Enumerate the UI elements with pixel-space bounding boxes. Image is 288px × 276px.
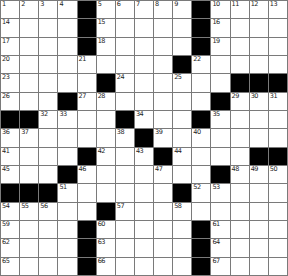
white-cell-r4c10[interactable]: [192, 74, 210, 91]
white-cell-r11c3[interactable]: [58, 203, 76, 220]
white-cell-r9c13[interactable]: 49: [250, 166, 268, 183]
black-cell-r10c1: [20, 184, 38, 201]
white-cell-r7c13[interactable]: [250, 129, 268, 146]
white-cell-r8c7[interactable]: 43: [135, 148, 153, 165]
clue-number-40: 40: [193, 129, 200, 136]
white-cell-r9c7[interactable]: [135, 166, 153, 183]
white-cell-r5c10[interactable]: [192, 93, 210, 110]
white-cell-r13c11[interactable]: 64: [211, 239, 229, 256]
white-cell-r2c2[interactable]: [39, 38, 57, 55]
white-cell-r4c4[interactable]: [78, 74, 96, 91]
clue-number-32: 32: [40, 111, 47, 118]
black-cell-r6c0: [1, 111, 19, 128]
clue-number-49: 49: [251, 166, 258, 173]
white-cell-r2c5[interactable]: 18: [97, 38, 115, 55]
white-cell-r11c0[interactable]: 54: [1, 203, 19, 220]
white-cell-r0c6[interactable]: 6: [116, 1, 134, 18]
white-cell-r11c14[interactable]: [269, 203, 287, 220]
white-cell-r8c11[interactable]: [211, 148, 229, 165]
white-cell-r0c3[interactable]: 4: [58, 1, 76, 18]
black-cell-r5c11: [211, 93, 229, 110]
white-cell-r1c3[interactable]: [58, 19, 76, 36]
black-cell-r10c9: [173, 184, 191, 201]
white-cell-r11c13[interactable]: [250, 203, 268, 220]
white-cell-r5c12[interactable]: 29: [231, 93, 249, 110]
clue-number-59: 59: [2, 221, 9, 228]
white-cell-r13c1[interactable]: [20, 239, 38, 256]
clue-number-39: 39: [155, 129, 162, 136]
white-cell-r3c0[interactable]: 20: [1, 56, 19, 73]
clue-number-65: 65: [2, 258, 9, 265]
white-cell-r7c3[interactable]: [58, 129, 76, 146]
white-cell-r2c13[interactable]: [250, 38, 268, 55]
white-cell-r5c13[interactable]: 30: [250, 93, 268, 110]
white-cell-r4c11[interactable]: [211, 74, 229, 91]
clue-number-33: 33: [59, 111, 66, 118]
white-cell-r3c3[interactable]: [58, 56, 76, 73]
white-cell-r3c6[interactable]: [116, 56, 134, 73]
white-cell-r0c9[interactable]: 9: [173, 1, 191, 18]
clue-number-21: 21: [79, 56, 86, 63]
white-cell-r5c1[interactable]: [20, 93, 38, 110]
black-cell-r12c10: [192, 221, 210, 238]
clue-number-2: 2: [21, 1, 25, 8]
clue-number-12: 12: [251, 1, 258, 8]
black-cell-r13c4: [78, 239, 96, 256]
black-cell-r12c4: [78, 221, 96, 238]
white-cell-r12c14[interactable]: [269, 221, 287, 238]
white-cell-r5c4[interactable]: 27: [78, 93, 96, 110]
black-cell-r0c10: [192, 1, 210, 18]
white-cell-r14c9[interactable]: [173, 258, 191, 275]
black-cell-r4c5: [97, 74, 115, 91]
clue-number-55: 55: [21, 203, 28, 210]
black-cell-r2c10: [192, 38, 210, 55]
white-cell-r5c6[interactable]: [116, 93, 134, 110]
black-cell-r6c6: [116, 111, 134, 128]
white-cell-r0c0[interactable]: 1: [1, 1, 19, 18]
white-cell-r7c6[interactable]: 38: [116, 129, 134, 146]
black-cell-r7c7: [135, 129, 153, 146]
white-cell-r1c0[interactable]: 14: [1, 19, 19, 36]
crossword-grid: 1234567891011121314151617181920212223242…: [0, 0, 288, 276]
white-cell-r4c3[interactable]: [58, 74, 76, 91]
clue-number-60: 60: [98, 221, 105, 228]
clue-number-30: 30: [251, 93, 258, 100]
white-cell-r0c5[interactable]: 5: [97, 1, 115, 18]
clue-number-34: 34: [136, 111, 143, 118]
white-cell-r12c2[interactable]: [39, 221, 57, 238]
white-cell-r0c12[interactable]: 11: [231, 1, 249, 18]
clue-number-36: 36: [2, 129, 9, 136]
white-cell-r11c6[interactable]: 57: [116, 203, 134, 220]
white-cell-r14c11[interactable]: 67: [211, 258, 229, 275]
white-cell-r10c8[interactable]: [154, 184, 172, 201]
black-cell-r6c1: [20, 111, 38, 128]
black-cell-r5c3: [58, 93, 76, 110]
clue-number-4: 4: [59, 1, 63, 8]
black-cell-r8c4: [78, 148, 96, 165]
white-cell-r12c1[interactable]: [20, 221, 38, 238]
white-cell-r7c1[interactable]: 37: [20, 129, 38, 146]
white-cell-r2c9[interactable]: [173, 38, 191, 55]
clue-number-53: 53: [212, 184, 219, 191]
white-cell-r13c14[interactable]: [269, 239, 287, 256]
white-cell-r11c2[interactable]: 56: [39, 203, 57, 220]
white-cell-r12c3[interactable]: [58, 221, 76, 238]
clue-number-6: 6: [117, 1, 121, 8]
black-cell-r3c9: [173, 56, 191, 73]
white-cell-r0c13[interactable]: 12: [250, 1, 268, 18]
white-cell-r6c9[interactable]: [173, 111, 191, 128]
white-cell-r6c3[interactable]: 33: [58, 111, 76, 128]
white-cell-r12c12[interactable]: [231, 221, 249, 238]
white-cell-r12c5[interactable]: 60: [97, 221, 115, 238]
white-cell-r13c7[interactable]: [135, 239, 153, 256]
clue-number-67: 67: [212, 258, 219, 265]
white-cell-r0c11[interactable]: 10: [211, 1, 229, 18]
white-cell-r1c6[interactable]: [116, 19, 134, 36]
white-cell-r5c9[interactable]: [173, 93, 191, 110]
white-cell-r14c12[interactable]: [231, 258, 249, 275]
white-cell-r14c8[interactable]: [154, 258, 172, 275]
white-cell-r6c2[interactable]: 32: [39, 111, 57, 128]
clue-number-46: 46: [79, 166, 86, 173]
clue-number-28: 28: [98, 93, 105, 100]
clue-number-37: 37: [21, 129, 28, 136]
white-cell-r7c0[interactable]: 36: [1, 129, 19, 146]
clue-number-29: 29: [232, 93, 239, 100]
white-cell-r10c3[interactable]: 51: [58, 184, 76, 201]
white-cell-r1c13[interactable]: [250, 19, 268, 36]
white-cell-r3c10[interactable]: 22: [192, 56, 210, 73]
white-cell-r14c0[interactable]: 65: [1, 258, 19, 275]
white-cell-r0c14[interactable]: 13: [269, 1, 287, 18]
clue-number-22: 22: [193, 56, 200, 63]
white-cell-r7c5[interactable]: [97, 129, 115, 146]
white-cell-r6c13[interactable]: [250, 111, 268, 128]
white-cell-r3c4[interactable]: 21: [78, 56, 96, 73]
black-cell-r14c10: [192, 258, 210, 275]
white-cell-r12c0[interactable]: 59: [1, 221, 19, 238]
white-cell-r3c14[interactable]: [269, 56, 287, 73]
black-cell-r11c5: [97, 203, 115, 220]
white-cell-r8c10[interactable]: [192, 148, 210, 165]
white-cell-r4c0[interactable]: 23: [1, 74, 19, 91]
clue-number-57: 57: [117, 203, 124, 210]
white-cell-r4c2[interactable]: [39, 74, 57, 91]
white-cell-r11c12[interactable]: [231, 203, 249, 220]
black-cell-r8c13: [250, 148, 268, 165]
white-cell-r11c10[interactable]: [192, 203, 210, 220]
black-cell-r8c8: [154, 148, 172, 165]
white-cell-r9c5[interactable]: [97, 166, 115, 183]
clue-number-13: 13: [270, 1, 277, 8]
white-cell-r2c7[interactable]: [135, 38, 153, 55]
clue-number-8: 8: [155, 1, 159, 8]
white-cell-r10c7[interactable]: [135, 184, 153, 201]
white-cell-r3c11[interactable]: [211, 56, 229, 73]
white-cell-r9c10[interactable]: [192, 166, 210, 183]
black-cell-r0c4: [78, 1, 96, 18]
white-cell-r3c8[interactable]: [154, 56, 172, 73]
black-cell-r4c12: [231, 74, 249, 91]
clue-number-41: 41: [2, 148, 9, 155]
white-cell-r13c6[interactable]: [116, 239, 134, 256]
white-cell-r9c1[interactable]: [20, 166, 38, 183]
white-cell-r8c5[interactable]: 42: [97, 148, 115, 165]
white-cell-r6c12[interactable]: [231, 111, 249, 128]
white-cell-r6c5[interactable]: [97, 111, 115, 128]
black-cell-r9c3: [58, 166, 76, 183]
white-cell-r8c1[interactable]: [20, 148, 38, 165]
black-cell-r2c4: [78, 38, 96, 55]
clue-number-1: 1: [2, 1, 6, 8]
white-cell-r5c0[interactable]: 26: [1, 93, 19, 110]
black-cell-r6c10: [192, 111, 210, 128]
white-cell-r0c1[interactable]: 2: [20, 1, 38, 18]
white-cell-r2c1[interactable]: [20, 38, 38, 55]
black-cell-r10c2: [39, 184, 57, 201]
white-cell-r7c2[interactable]: [39, 129, 57, 146]
black-cell-r4c13: [250, 74, 268, 91]
white-cell-r13c0[interactable]: 62: [1, 239, 19, 256]
white-cell-r2c3[interactable]: [58, 38, 76, 55]
white-cell-r8c3[interactable]: [58, 148, 76, 165]
white-cell-r10c6[interactable]: [116, 184, 134, 201]
clue-number-63: 63: [98, 239, 105, 246]
white-cell-r13c2[interactable]: [39, 239, 57, 256]
clue-number-3: 3: [40, 1, 44, 8]
white-cell-r11c11[interactable]: [211, 203, 229, 220]
white-cell-r11c7[interactable]: [135, 203, 153, 220]
white-cell-r12c6[interactable]: [116, 221, 134, 238]
white-cell-r3c2[interactable]: [39, 56, 57, 73]
white-cell-r3c5[interactable]: [97, 56, 115, 73]
black-cell-r4c14: [269, 74, 287, 91]
white-cell-r14c2[interactable]: [39, 258, 57, 275]
white-cell-r4c1[interactable]: [20, 74, 38, 91]
white-cell-r13c8[interactable]: [154, 239, 172, 256]
white-cell-r9c12[interactable]: 48: [231, 166, 249, 183]
white-cell-r14c7[interactable]: [135, 258, 153, 275]
white-cell-r3c7[interactable]: [135, 56, 153, 73]
white-cell-r10c5[interactable]: [97, 184, 115, 201]
clue-number-24: 24: [117, 74, 124, 81]
clue-number-50: 50: [270, 166, 277, 173]
clue-number-51: 51: [59, 184, 66, 191]
white-cell-r6c4[interactable]: [78, 111, 96, 128]
white-cell-r0c2[interactable]: 3: [39, 1, 57, 18]
white-cell-r13c9[interactable]: [173, 239, 191, 256]
white-cell-r2c14[interactable]: [269, 38, 287, 55]
white-cell-r5c5[interactable]: 28: [97, 93, 115, 110]
white-cell-r13c12[interactable]: [231, 239, 249, 256]
black-cell-r1c10: [192, 19, 210, 36]
white-cell-r10c14[interactable]: [269, 184, 287, 201]
clue-number-54: 54: [2, 203, 9, 210]
white-cell-r1c11[interactable]: 16: [211, 19, 229, 36]
white-cell-r7c14[interactable]: [269, 129, 287, 146]
white-cell-r7c10[interactable]: 40: [192, 129, 210, 146]
white-cell-r3c13[interactable]: [250, 56, 268, 73]
white-cell-r1c8[interactable]: [154, 19, 172, 36]
white-cell-r8c0[interactable]: 41: [1, 148, 19, 165]
black-cell-r1c4: [78, 19, 96, 36]
clue-number-9: 9: [174, 1, 178, 8]
white-cell-r4c7[interactable]: [135, 74, 153, 91]
clue-number-62: 62: [2, 239, 9, 246]
white-cell-r14c5[interactable]: 66: [97, 258, 115, 275]
white-cell-r6c14[interactable]: [269, 111, 287, 128]
white-cell-r1c5[interactable]: 15: [97, 19, 115, 36]
clue-number-10: 10: [212, 1, 219, 8]
white-cell-r8c12[interactable]: [231, 148, 249, 165]
white-cell-r12c9[interactable]: [173, 221, 191, 238]
clue-number-20: 20: [2, 56, 9, 63]
clue-number-52: 52: [193, 184, 200, 191]
white-cell-r4c9[interactable]: 25: [173, 74, 191, 91]
white-cell-r8c2[interactable]: [39, 148, 57, 165]
black-cell-r10c0: [1, 184, 19, 201]
white-cell-r6c11[interactable]: 35: [211, 111, 229, 128]
clue-number-18: 18: [98, 38, 105, 45]
white-cell-r2c8[interactable]: [154, 38, 172, 55]
clue-number-66: 66: [98, 258, 105, 265]
clue-number-61: 61: [212, 221, 219, 228]
white-cell-r11c9[interactable]: 58: [173, 203, 191, 220]
clue-number-11: 11: [232, 1, 239, 8]
white-cell-r7c12[interactable]: [231, 129, 249, 146]
white-cell-r14c1[interactable]: [20, 258, 38, 275]
black-cell-r8c14: [269, 148, 287, 165]
white-cell-r9c9[interactable]: [173, 166, 191, 183]
clue-number-58: 58: [174, 203, 181, 210]
white-cell-r1c14[interactable]: [269, 19, 287, 36]
white-cell-r8c6[interactable]: [116, 148, 134, 165]
white-cell-r2c12[interactable]: [231, 38, 249, 55]
clue-number-7: 7: [136, 1, 140, 8]
white-cell-r5c8[interactable]: [154, 93, 172, 110]
clue-number-16: 16: [212, 19, 219, 26]
clue-number-23: 23: [2, 74, 9, 81]
white-cell-r1c9[interactable]: [173, 19, 191, 36]
clue-number-19: 19: [212, 38, 219, 45]
white-cell-r10c11[interactable]: 53: [211, 184, 229, 201]
white-cell-r9c8[interactable]: 47: [154, 166, 172, 183]
white-cell-r7c11[interactable]: [211, 129, 229, 146]
white-cell-r1c7[interactable]: [135, 19, 153, 36]
black-cell-r14c4: [78, 258, 96, 275]
white-cell-r10c4[interactable]: [78, 184, 96, 201]
white-cell-r1c2[interactable]: [39, 19, 57, 36]
clue-number-27: 27: [79, 93, 86, 100]
black-cell-r13c10: [192, 239, 210, 256]
white-cell-r9c6[interactable]: [116, 166, 134, 183]
white-cell-r12c13[interactable]: [250, 221, 268, 238]
white-cell-r7c8[interactable]: 39: [154, 129, 172, 146]
white-cell-r11c1[interactable]: 55: [20, 203, 38, 220]
clue-number-43: 43: [136, 148, 143, 155]
clue-number-5: 5: [98, 1, 102, 8]
white-cell-r9c14[interactable]: 50: [269, 166, 287, 183]
clue-number-31: 31: [270, 93, 277, 100]
white-cell-r4c6[interactable]: 24: [116, 74, 134, 91]
white-cell-r13c3[interactable]: [58, 239, 76, 256]
clue-number-56: 56: [40, 203, 47, 210]
white-cell-r10c10[interactable]: 52: [192, 184, 210, 201]
white-cell-r7c9[interactable]: [173, 129, 191, 146]
white-cell-r3c1[interactable]: [20, 56, 38, 73]
white-cell-r10c13[interactable]: [250, 184, 268, 201]
white-cell-r1c12[interactable]: [231, 19, 249, 36]
white-cell-r10c12[interactable]: [231, 184, 249, 201]
white-cell-r4c8[interactable]: [154, 74, 172, 91]
clue-number-14: 14: [2, 19, 9, 26]
white-cell-r14c6[interactable]: [116, 258, 134, 275]
clue-number-25: 25: [174, 74, 181, 81]
white-cell-r1c1[interactable]: [20, 19, 38, 36]
white-cell-r2c11[interactable]: 19: [211, 38, 229, 55]
white-cell-r2c6[interactable]: [116, 38, 134, 55]
clue-number-26: 26: [2, 93, 9, 100]
clue-number-47: 47: [155, 166, 162, 173]
clue-number-17: 17: [2, 38, 9, 45]
white-cell-r2c0[interactable]: 17: [1, 38, 19, 55]
white-cell-r5c2[interactable]: [39, 93, 57, 110]
white-cell-r11c4[interactable]: [78, 203, 96, 220]
white-cell-r3c12[interactable]: [231, 56, 249, 73]
white-cell-r0c7[interactable]: 7: [135, 1, 153, 18]
white-cell-r12c7[interactable]: [135, 221, 153, 238]
white-cell-r9c4[interactable]: 46: [78, 166, 96, 183]
white-cell-r7c4[interactable]: [78, 129, 96, 146]
white-cell-r9c0[interactable]: 45: [1, 166, 19, 183]
white-cell-r6c8[interactable]: [154, 111, 172, 128]
white-cell-r12c8[interactable]: [154, 221, 172, 238]
white-cell-r0c8[interactable]: 8: [154, 1, 172, 18]
white-cell-r14c3[interactable]: [58, 258, 76, 275]
clue-number-15: 15: [98, 19, 105, 26]
clue-number-48: 48: [232, 166, 239, 173]
white-cell-r13c13[interactable]: [250, 239, 268, 256]
white-cell-r14c13[interactable]: [250, 258, 268, 275]
white-cell-r5c7[interactable]: [135, 93, 153, 110]
white-cell-r5c14[interactable]: 31: [269, 93, 287, 110]
clue-number-38: 38: [117, 129, 124, 136]
white-cell-r8c9[interactable]: 44: [173, 148, 191, 165]
white-cell-r14c14[interactable]: [269, 258, 287, 275]
clue-number-45: 45: [2, 166, 9, 173]
clue-number-64: 64: [212, 239, 219, 246]
white-cell-r11c8[interactable]: [154, 203, 172, 220]
clue-number-42: 42: [98, 148, 105, 155]
white-cell-r13c5[interactable]: 63: [97, 239, 115, 256]
clue-number-35: 35: [212, 111, 219, 118]
clue-number-44: 44: [174, 148, 181, 155]
white-cell-r6c7[interactable]: 34: [135, 111, 153, 128]
white-cell-r12c11[interactable]: 61: [211, 221, 229, 238]
white-cell-r9c2[interactable]: [39, 166, 57, 183]
black-cell-r9c11: [211, 166, 229, 183]
